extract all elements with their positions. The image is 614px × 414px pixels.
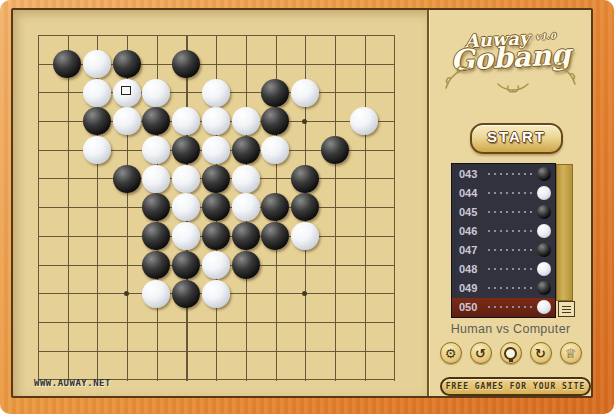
board-area: WWW.AUWAY.NET xyxy=(13,10,429,396)
star-point-icon xyxy=(302,291,307,296)
control-buttons: ⚙↺↻♕ xyxy=(430,342,591,364)
stone-black xyxy=(142,222,170,250)
stone-white xyxy=(142,280,170,308)
move-number: 046 xyxy=(459,225,483,237)
move-number: 049 xyxy=(459,282,483,294)
stone-black xyxy=(261,193,289,221)
move-stone-white-icon xyxy=(537,186,551,200)
stone-black xyxy=(172,280,200,308)
move-dots xyxy=(488,268,532,270)
stone-black xyxy=(142,251,170,279)
stone-black xyxy=(232,136,260,164)
crown-icon: ♕ xyxy=(565,347,577,360)
crown-button[interactable]: ♕ xyxy=(560,342,582,364)
redo-icon: ↻ xyxy=(535,347,546,360)
stone-white xyxy=(202,136,230,164)
stone-white xyxy=(83,79,111,107)
move-stone-white-icon xyxy=(537,300,551,314)
move-number: 043 xyxy=(459,168,483,180)
side-panel: Auway v1.0 Gobang START 0430440450460470… xyxy=(429,10,591,396)
stone-white xyxy=(202,280,230,308)
stone-white xyxy=(83,136,111,164)
undo-button[interactable]: ↺ xyxy=(470,342,492,364)
stone-white xyxy=(172,222,200,250)
hint-button[interactable] xyxy=(500,342,522,364)
flourish-center-icon xyxy=(496,76,530,94)
settings-button[interactable]: ⚙ xyxy=(440,342,462,364)
stone-black xyxy=(113,165,141,193)
stone-black xyxy=(202,193,230,221)
hint-icon xyxy=(504,347,517,360)
stone-white xyxy=(172,193,200,221)
window-content: WWW.AUWAY.NET Auway v1.0 Gobang START 04… xyxy=(11,8,593,398)
move-stone-black-icon xyxy=(537,205,551,219)
stone-black xyxy=(202,165,230,193)
board-grid[interactable] xyxy=(38,35,396,381)
stone-white xyxy=(202,251,230,279)
move-list-row[interactable]: 046 xyxy=(452,221,555,240)
settings-icon: ⚙ xyxy=(445,347,457,360)
stone-black xyxy=(202,222,230,250)
stone-white xyxy=(232,193,260,221)
stone-black xyxy=(142,107,170,135)
move-stone-black-icon xyxy=(537,243,551,257)
stone-black xyxy=(232,251,260,279)
move-stone-white-icon xyxy=(537,224,551,238)
stone-white xyxy=(172,107,200,135)
move-number: 048 xyxy=(459,263,483,275)
stone-white xyxy=(172,165,200,193)
stone-black xyxy=(83,107,111,135)
stone-black xyxy=(172,251,200,279)
stone-white xyxy=(291,79,319,107)
stone-black xyxy=(232,222,260,250)
move-dots xyxy=(488,287,532,289)
stone-white xyxy=(261,136,289,164)
flourish-right-icon xyxy=(549,58,579,88)
move-dots xyxy=(488,211,532,213)
move-number: 045 xyxy=(459,206,483,218)
stone-white xyxy=(291,222,319,250)
stone-white xyxy=(142,79,170,107)
stone-white xyxy=(202,79,230,107)
move-list-row[interactable]: 050 xyxy=(452,298,555,317)
move-list-row[interactable]: 045 xyxy=(452,202,555,221)
stone-white xyxy=(142,136,170,164)
move-dots xyxy=(488,306,532,308)
move-list-row[interactable]: 043 xyxy=(452,164,555,183)
stone-white xyxy=(202,107,230,135)
stone-white xyxy=(232,165,260,193)
stone-white xyxy=(232,107,260,135)
move-number: 050 xyxy=(459,301,483,313)
stone-white xyxy=(83,50,111,78)
move-stone-black-icon xyxy=(537,167,551,181)
stone-black xyxy=(321,136,349,164)
stone-black xyxy=(172,50,200,78)
website-label: WWW.AUWAY.NET xyxy=(34,378,111,388)
last-move-marker-icon xyxy=(121,86,131,95)
move-dots xyxy=(488,173,532,175)
move-number: 044 xyxy=(459,187,483,199)
star-point-icon xyxy=(302,119,307,124)
stone-white xyxy=(113,107,141,135)
move-number: 047 xyxy=(459,244,483,256)
game-mode-status: Human vs Computer xyxy=(430,322,591,336)
redo-button[interactable]: ↻ xyxy=(530,342,552,364)
move-list-row[interactable]: 049 xyxy=(452,279,555,298)
move-dots xyxy=(488,249,532,251)
move-list-scrollbar-track[interactable] xyxy=(556,164,573,301)
undo-icon: ↺ xyxy=(475,347,486,360)
move-dots xyxy=(488,230,532,232)
stone-black xyxy=(261,79,289,107)
move-list-row[interactable]: 044 xyxy=(452,183,555,202)
stone-white xyxy=(350,107,378,135)
move-list-row[interactable]: 047 xyxy=(452,241,555,260)
move-list: 043044045046047048049050 xyxy=(451,163,556,318)
start-button[interactable]: START xyxy=(470,123,563,154)
stone-black xyxy=(261,222,289,250)
move-dots xyxy=(488,192,532,194)
stone-black xyxy=(113,50,141,78)
stone-black xyxy=(53,50,81,78)
move-stone-white-icon xyxy=(537,262,551,276)
star-point-icon xyxy=(124,291,129,296)
stone-black xyxy=(291,165,319,193)
game-window: WWW.AUWAY.NET Auway v1.0 Gobang START 04… xyxy=(0,0,614,414)
stone-white xyxy=(142,165,170,193)
stone-black xyxy=(261,107,289,135)
flourish-left-icon xyxy=(442,62,472,92)
move-list-scrollbar-thumb[interactable] xyxy=(558,301,575,317)
move-list-row[interactable]: 048 xyxy=(452,260,555,279)
free-games-banner-button[interactable]: FREE GAMES FOR YOUR SITE xyxy=(440,377,591,396)
stone-black xyxy=(142,193,170,221)
stone-black xyxy=(172,136,200,164)
stone-black xyxy=(291,193,319,221)
move-stone-black-icon xyxy=(537,281,551,295)
